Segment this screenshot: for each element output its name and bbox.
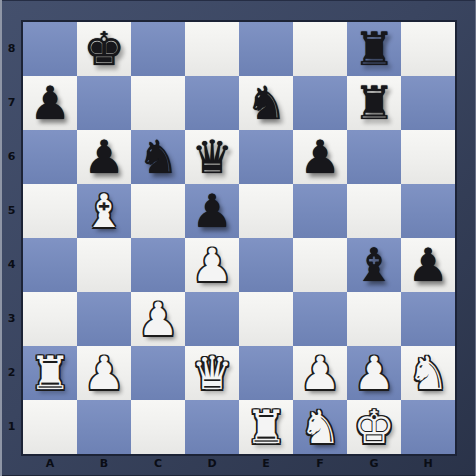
black-rook: ♜ xyxy=(353,22,394,76)
file-label-c: C xyxy=(131,454,185,476)
square-f7[interactable] xyxy=(293,76,347,130)
square-a5[interactable] xyxy=(23,184,77,238)
white-pawn: ♟ xyxy=(137,292,178,346)
black-knight: ♞ xyxy=(137,130,178,184)
square-f4[interactable] xyxy=(293,238,347,292)
square-a7[interactable]: ♟ xyxy=(23,76,77,130)
white-pawn: ♟ xyxy=(353,346,394,400)
square-d2[interactable]: ♛ xyxy=(185,346,239,400)
square-e8[interactable] xyxy=(239,22,293,76)
square-f3[interactable] xyxy=(293,292,347,346)
square-e3[interactable] xyxy=(239,292,293,346)
white-knight: ♞ xyxy=(299,400,340,454)
black-rook: ♜ xyxy=(353,76,394,130)
square-c1[interactable] xyxy=(131,400,185,454)
square-h5[interactable] xyxy=(401,184,455,238)
square-c4[interactable] xyxy=(131,238,185,292)
black-knight: ♞ xyxy=(245,76,286,130)
square-c7[interactable] xyxy=(131,76,185,130)
square-e5[interactable] xyxy=(239,184,293,238)
square-g2[interactable]: ♟ xyxy=(347,346,401,400)
file-label-b: B xyxy=(77,454,131,476)
square-g1[interactable]: ♚ xyxy=(347,400,401,454)
rank-label-6: 6 xyxy=(0,130,23,184)
black-pawn: ♟ xyxy=(299,130,340,184)
square-c8[interactable] xyxy=(131,22,185,76)
square-g7[interactable]: ♜ xyxy=(347,76,401,130)
square-f2[interactable]: ♟ xyxy=(293,346,347,400)
black-bishop: ♝ xyxy=(353,238,394,292)
rank-label-2: 2 xyxy=(0,346,23,400)
rank-label-1: 1 xyxy=(0,400,23,454)
square-g6[interactable] xyxy=(347,130,401,184)
square-f1[interactable]: ♞ xyxy=(293,400,347,454)
square-b7[interactable] xyxy=(77,76,131,130)
square-f6[interactable]: ♟ xyxy=(293,130,347,184)
file-label-g: G xyxy=(347,454,401,476)
square-a1[interactable] xyxy=(23,400,77,454)
square-d3[interactable] xyxy=(185,292,239,346)
black-queen: ♛ xyxy=(191,130,232,184)
square-h2[interactable]: ♞ xyxy=(401,346,455,400)
rank-label-5: 5 xyxy=(0,184,23,238)
square-a4[interactable] xyxy=(23,238,77,292)
black-pawn: ♟ xyxy=(407,238,448,292)
square-a3[interactable] xyxy=(23,292,77,346)
square-h3[interactable] xyxy=(401,292,455,346)
white-pawn: ♟ xyxy=(299,346,340,400)
square-d4[interactable]: ♟ xyxy=(185,238,239,292)
rank-label-3: 3 xyxy=(0,292,23,346)
white-bishop: ♝ xyxy=(83,184,124,238)
square-h7[interactable] xyxy=(401,76,455,130)
square-g3[interactable] xyxy=(347,292,401,346)
square-b5[interactable]: ♝ xyxy=(77,184,131,238)
rank-label-7: 7 xyxy=(0,76,23,130)
rank-labels: 87654321 xyxy=(0,22,23,454)
white-rook: ♜ xyxy=(245,400,286,454)
square-e4[interactable] xyxy=(239,238,293,292)
square-b8[interactable]: ♚ xyxy=(77,22,131,76)
file-label-f: F xyxy=(293,454,347,476)
square-e7[interactable]: ♞ xyxy=(239,76,293,130)
square-h8[interactable] xyxy=(401,22,455,76)
file-labels: ABCDEFGH xyxy=(23,454,455,476)
square-g4[interactable]: ♝ xyxy=(347,238,401,292)
square-f5[interactable] xyxy=(293,184,347,238)
square-b6[interactable]: ♟ xyxy=(77,130,131,184)
square-h4[interactable]: ♟ xyxy=(401,238,455,292)
black-king: ♚ xyxy=(83,22,124,76)
square-c5[interactable] xyxy=(131,184,185,238)
black-pawn: ♟ xyxy=(83,130,124,184)
square-e2[interactable] xyxy=(239,346,293,400)
square-e6[interactable] xyxy=(239,130,293,184)
chess-board[interactable]: ♚♜♟♞♜♟♞♛♟♝♟♟♝♟♟♜♟♛♟♟♞♜♞♚ xyxy=(23,22,455,454)
square-b3[interactable] xyxy=(77,292,131,346)
rank-label-8: 8 xyxy=(0,22,23,76)
white-pawn: ♟ xyxy=(191,238,232,292)
square-b1[interactable] xyxy=(77,400,131,454)
square-a2[interactable]: ♜ xyxy=(23,346,77,400)
square-g8[interactable]: ♜ xyxy=(347,22,401,76)
file-label-d: D xyxy=(185,454,239,476)
rank-label-4: 4 xyxy=(0,238,23,292)
square-b2[interactable]: ♟ xyxy=(77,346,131,400)
square-d7[interactable] xyxy=(185,76,239,130)
square-c6[interactable]: ♞ xyxy=(131,130,185,184)
square-b4[interactable] xyxy=(77,238,131,292)
square-c2[interactable] xyxy=(131,346,185,400)
file-label-e: E xyxy=(239,454,293,476)
black-pawn: ♟ xyxy=(29,76,70,130)
white-rook: ♜ xyxy=(29,346,70,400)
white-king: ♚ xyxy=(353,400,394,454)
white-knight: ♞ xyxy=(407,346,448,400)
chess-board-frame: 87654321 ABCDEFGH ♚♜♟♞♜♟♞♛♟♝♟♟♝♟♟♜♟♛♟♟♞♜… xyxy=(0,0,476,476)
file-label-h: H xyxy=(401,454,455,476)
square-h6[interactable] xyxy=(401,130,455,184)
square-d5[interactable]: ♟ xyxy=(185,184,239,238)
square-g5[interactable] xyxy=(347,184,401,238)
square-h1[interactable] xyxy=(401,400,455,454)
square-c3[interactable]: ♟ xyxy=(131,292,185,346)
square-a6[interactable] xyxy=(23,130,77,184)
square-d8[interactable] xyxy=(185,22,239,76)
square-f8[interactable] xyxy=(293,22,347,76)
white-pawn: ♟ xyxy=(83,346,124,400)
file-label-a: A xyxy=(23,454,77,476)
square-d1[interactable] xyxy=(185,400,239,454)
square-a8[interactable] xyxy=(23,22,77,76)
square-d6[interactable]: ♛ xyxy=(185,130,239,184)
black-pawn: ♟ xyxy=(191,184,232,238)
white-queen: ♛ xyxy=(191,346,232,400)
square-e1[interactable]: ♜ xyxy=(239,400,293,454)
